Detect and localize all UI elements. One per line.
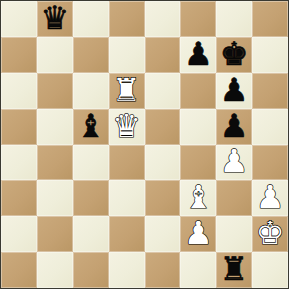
square-d3[interactable] [109, 180, 145, 216]
square-g5[interactable]: ♟ [216, 109, 252, 145]
square-c6[interactable] [73, 73, 109, 109]
square-b3[interactable] [37, 180, 73, 216]
black-pawn[interactable]: ♟ [220, 74, 249, 106]
square-f7[interactable]: ♟ [180, 37, 216, 73]
black-queen[interactable]: ♛ [40, 2, 69, 34]
square-b7[interactable] [37, 37, 73, 73]
square-g1[interactable]: ♜ [216, 252, 252, 288]
white-queen[interactable]: ♛ [112, 110, 141, 142]
square-c8[interactable] [73, 1, 109, 37]
square-f2[interactable]: ♟ [180, 216, 216, 252]
white-pawn[interactable]: ♟ [256, 181, 285, 213]
square-g4[interactable]: ♟ [216, 145, 252, 181]
square-a4[interactable] [1, 145, 37, 181]
square-b6[interactable] [37, 73, 73, 109]
square-h2[interactable]: ♚ [252, 216, 288, 252]
square-g3[interactable] [216, 180, 252, 216]
square-h6[interactable] [252, 73, 288, 109]
square-e8[interactable] [145, 1, 181, 37]
square-a7[interactable] [1, 37, 37, 73]
square-b8[interactable]: ♛ [37, 1, 73, 37]
square-f4[interactable] [180, 145, 216, 181]
square-g2[interactable] [216, 216, 252, 252]
square-b1[interactable] [37, 252, 73, 288]
white-pawn[interactable]: ♟ [184, 217, 213, 249]
square-e1[interactable] [145, 252, 181, 288]
black-king[interactable]: ♚ [220, 38, 249, 70]
square-a3[interactable] [1, 180, 37, 216]
white-rook[interactable]: ♜ [112, 74, 141, 106]
square-f8[interactable] [180, 1, 216, 37]
square-f5[interactable] [180, 109, 216, 145]
square-e2[interactable] [145, 216, 181, 252]
square-c2[interactable] [73, 216, 109, 252]
square-b2[interactable] [37, 216, 73, 252]
square-c5[interactable]: ♝ [73, 109, 109, 145]
black-pawn[interactable]: ♟ [220, 110, 249, 142]
square-b5[interactable] [37, 109, 73, 145]
black-pawn[interactable]: ♟ [184, 38, 213, 70]
chess-board: ♛♟♚♜♟♝♛♟♟♝♟♟♚♜ [0, 0, 289, 289]
white-bishop[interactable]: ♝ [184, 181, 213, 213]
square-h5[interactable] [252, 109, 288, 145]
square-c3[interactable] [73, 180, 109, 216]
square-b4[interactable] [37, 145, 73, 181]
square-d7[interactable] [109, 37, 145, 73]
white-king[interactable]: ♚ [256, 217, 285, 249]
square-a8[interactable] [1, 1, 37, 37]
square-e4[interactable] [145, 145, 181, 181]
square-c4[interactable] [73, 145, 109, 181]
square-d6[interactable]: ♜ [109, 73, 145, 109]
square-a5[interactable] [1, 109, 37, 145]
black-rook[interactable]: ♜ [220, 253, 249, 285]
square-d2[interactable] [109, 216, 145, 252]
square-a1[interactable] [1, 252, 37, 288]
square-c1[interactable] [73, 252, 109, 288]
square-f1[interactable] [180, 252, 216, 288]
square-h8[interactable] [252, 1, 288, 37]
white-pawn[interactable]: ♟ [220, 145, 249, 177]
square-d4[interactable] [109, 145, 145, 181]
square-g7[interactable]: ♚ [216, 37, 252, 73]
board-grid: ♛♟♚♜♟♝♛♟♟♝♟♟♚♜ [1, 1, 288, 288]
square-d8[interactable] [109, 1, 145, 37]
square-e7[interactable] [145, 37, 181, 73]
square-d5[interactable]: ♛ [109, 109, 145, 145]
square-h3[interactable]: ♟ [252, 180, 288, 216]
square-h7[interactable] [252, 37, 288, 73]
square-a2[interactable] [1, 216, 37, 252]
square-h4[interactable] [252, 145, 288, 181]
square-a6[interactable] [1, 73, 37, 109]
square-e5[interactable] [145, 109, 181, 145]
square-g6[interactable]: ♟ [216, 73, 252, 109]
square-d1[interactable] [109, 252, 145, 288]
square-e3[interactable] [145, 180, 181, 216]
square-e6[interactable] [145, 73, 181, 109]
square-f6[interactable] [180, 73, 216, 109]
black-bishop[interactable]: ♝ [76, 110, 105, 142]
square-f3[interactable]: ♝ [180, 180, 216, 216]
square-c7[interactable] [73, 37, 109, 73]
square-g8[interactable] [216, 1, 252, 37]
square-h1[interactable] [252, 252, 288, 288]
